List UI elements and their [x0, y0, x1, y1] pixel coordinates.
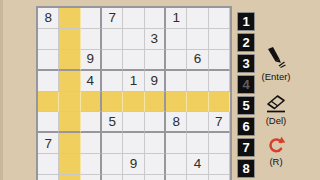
cell-r6c2[interactable]: [59, 112, 80, 133]
cell-r6c4[interactable]: 5: [102, 112, 123, 133]
cell-r7c3[interactable]: [81, 133, 102, 154]
cell-r4c5[interactable]: 1: [123, 71, 144, 92]
eraser-icon: [264, 92, 288, 114]
cell-r1c4[interactable]: 7: [102, 8, 123, 29]
cell-r9c9[interactable]: [209, 175, 230, 180]
cell-r1c2[interactable]: [59, 8, 80, 29]
cell-r4c2[interactable]: [59, 71, 80, 92]
cell-r6c3[interactable]: [81, 112, 102, 133]
cell-r4c9[interactable]: [209, 71, 230, 92]
cell-r5c1[interactable]: [38, 92, 59, 113]
cell-r5c5[interactable]: [123, 92, 144, 113]
cell-r8c4[interactable]: [102, 154, 123, 175]
cell-r9c2[interactable]: [59, 175, 80, 180]
cell-r3c2[interactable]: [59, 50, 80, 71]
erase-tool-button[interactable]: (Del): [252, 92, 300, 126]
cell-r8c9[interactable]: [209, 154, 230, 175]
cell-r9c5[interactable]: [123, 175, 144, 180]
cell-r3c6[interactable]: [145, 50, 166, 71]
cell-r1c6[interactable]: [145, 8, 166, 29]
cell-r5c7[interactable]: [166, 92, 187, 113]
cell-r1c3[interactable]: [81, 8, 102, 29]
cell-r9c1[interactable]: [38, 175, 59, 180]
cell-r2c9[interactable]: [209, 29, 230, 50]
cell-r8c3[interactable]: [81, 154, 102, 175]
cell-r7c8[interactable]: [187, 133, 208, 154]
cell-r6c8[interactable]: [187, 112, 208, 133]
cell-r7c6[interactable]: [145, 133, 166, 154]
cell-r3c9[interactable]: [209, 50, 230, 71]
cell-r1c5[interactable]: [123, 8, 144, 29]
cell-r2c4[interactable]: [102, 29, 123, 50]
cell-r1c8[interactable]: [187, 8, 208, 29]
cell-r6c6[interactable]: [145, 112, 166, 133]
cell-r7c1[interactable]: 7: [38, 133, 59, 154]
cell-r8c6[interactable]: [145, 154, 166, 175]
cell-r1c1[interactable]: 8: [38, 8, 59, 29]
sudoku-board: 871396419587794: [36, 6, 232, 180]
cell-r9c3[interactable]: [81, 175, 102, 180]
cell-r5c4[interactable]: [102, 92, 123, 113]
cell-r7c7[interactable]: [166, 133, 187, 154]
cell-r4c7[interactable]: [166, 71, 187, 92]
cell-r7c4[interactable]: [102, 133, 123, 154]
cell-r3c5[interactable]: [123, 50, 144, 71]
cell-r1c7[interactable]: 1: [166, 8, 187, 29]
cell-r8c7[interactable]: [166, 154, 187, 175]
cell-r5c8[interactable]: [187, 92, 208, 113]
cell-r7c2[interactable]: [59, 133, 80, 154]
cell-r2c3[interactable]: [81, 29, 102, 50]
rotate-shortcut-label: (R): [269, 156, 282, 167]
cell-r5c2[interactable]: [59, 92, 80, 113]
digit-button-1[interactable]: 1: [237, 12, 255, 31]
pen-shortcut-label: (Enter): [261, 71, 290, 82]
cell-r6c7[interactable]: 8: [166, 112, 187, 133]
cell-r5c9[interactable]: [209, 92, 230, 113]
rotate-tool-button[interactable]: (R): [252, 134, 300, 167]
cell-r1c9[interactable]: [209, 8, 230, 29]
cell-r6c1[interactable]: [38, 112, 59, 133]
cell-r2c2[interactable]: [59, 29, 80, 50]
cell-r3c4[interactable]: [102, 50, 123, 71]
cell-r8c8[interactable]: 4: [187, 154, 208, 175]
cell-r2c7[interactable]: [166, 29, 187, 50]
sudoku-app: 871396419587794 12345678 (Enter) (Del) (…: [0, 0, 320, 180]
cell-r3c3[interactable]: 9: [81, 50, 102, 71]
left-edge-shade: [0, 0, 3, 180]
cell-r2c5[interactable]: [123, 29, 144, 50]
cell-r2c8[interactable]: [187, 29, 208, 50]
cell-r3c7[interactable]: [166, 50, 187, 71]
cell-r4c3[interactable]: 4: [81, 71, 102, 92]
cell-r3c1[interactable]: [38, 50, 59, 71]
cell-r7c5[interactable]: [123, 133, 144, 154]
cell-r9c8[interactable]: [187, 175, 208, 180]
cell-r6c5[interactable]: [123, 112, 144, 133]
cell-r8c1[interactable]: [38, 154, 59, 175]
cell-r5c6[interactable]: [145, 92, 166, 113]
erase-shortcut-label: (Del): [266, 115, 287, 126]
cell-r2c6[interactable]: 3: [145, 29, 166, 50]
cell-r9c6[interactable]: [145, 175, 166, 180]
cell-r6c9[interactable]: 7: [209, 112, 230, 133]
cell-r9c7[interactable]: [166, 175, 187, 180]
cell-r4c1[interactable]: [38, 71, 59, 92]
cell-r4c4[interactable]: [102, 71, 123, 92]
cell-r4c6[interactable]: 9: [145, 71, 166, 92]
cell-r3c8[interactable]: 6: [187, 50, 208, 71]
cell-r9c4[interactable]: [102, 175, 123, 180]
cell-r5c3[interactable]: [81, 92, 102, 113]
rotate-icon: [266, 134, 286, 155]
cell-r8c2[interactable]: [59, 154, 80, 175]
cell-r4c8[interactable]: [187, 71, 208, 92]
cell-r8c5[interactable]: 9: [123, 154, 144, 175]
cell-r2c1[interactable]: [38, 29, 59, 50]
pen-tool-button[interactable]: (Enter): [252, 46, 300, 82]
cell-r7c9[interactable]: [209, 133, 230, 154]
pen-icon: [264, 46, 288, 70]
